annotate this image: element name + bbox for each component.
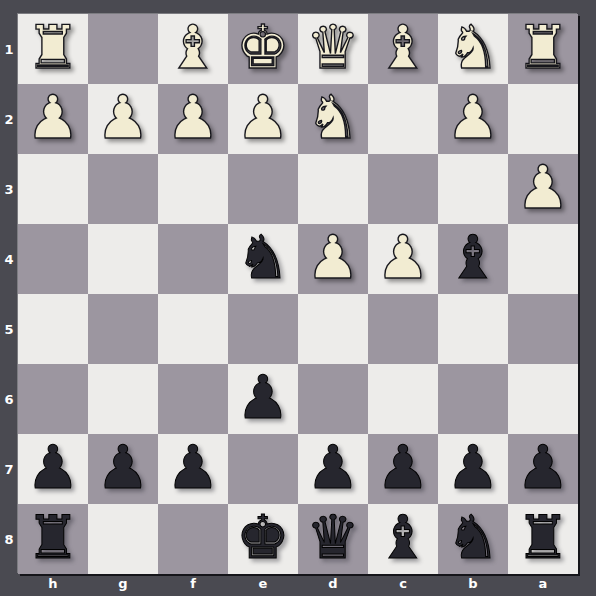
- chessboard-widget: 12345678 ♜♝♚♛♝♞♜♟♟♟♟♞♟♟♞♟♟♝♟♟♟♟♟♟♟♟♜♚♛♝♞…: [0, 0, 596, 596]
- piece-white-pawn[interactable]: ♟: [446, 87, 500, 147]
- square-e3[interactable]: [228, 154, 298, 224]
- rank-label: 3: [0, 154, 18, 224]
- piece-black-bishop[interactable]: ♝: [446, 227, 500, 287]
- piece-black-pawn[interactable]: ♟: [306, 437, 360, 497]
- square-f4[interactable]: [158, 224, 228, 294]
- rank-label: 4: [0, 224, 18, 294]
- square-d7[interactable]: ♟: [298, 434, 368, 504]
- square-e4[interactable]: ♞: [228, 224, 298, 294]
- square-d2[interactable]: ♞: [298, 84, 368, 154]
- rank-label: 1: [0, 14, 18, 84]
- piece-black-pawn[interactable]: ♟: [516, 437, 570, 497]
- square-f7[interactable]: ♟: [158, 434, 228, 504]
- piece-white-rook[interactable]: ♜: [26, 17, 80, 77]
- square-b1[interactable]: ♞: [438, 14, 508, 84]
- square-e2[interactable]: ♟: [228, 84, 298, 154]
- square-c4[interactable]: ♟: [368, 224, 438, 294]
- piece-white-pawn[interactable]: ♟: [26, 87, 80, 147]
- piece-black-knight[interactable]: ♞: [446, 507, 500, 567]
- square-a6[interactable]: [508, 364, 578, 434]
- square-f2[interactable]: ♟: [158, 84, 228, 154]
- file-label: g: [88, 574, 158, 596]
- chess-board: ♜♝♚♛♝♞♜♟♟♟♟♞♟♟♞♟♟♝♟♟♟♟♟♟♟♟♜♚♛♝♞♜: [18, 14, 578, 574]
- square-a3[interactable]: ♟: [508, 154, 578, 224]
- square-b4[interactable]: ♝: [438, 224, 508, 294]
- square-f3[interactable]: [158, 154, 228, 224]
- piece-white-king[interactable]: ♚: [236, 17, 290, 77]
- piece-white-pawn[interactable]: ♟: [166, 87, 220, 147]
- square-f8[interactable]: [158, 504, 228, 574]
- square-h1[interactable]: ♜: [18, 14, 88, 84]
- piece-black-pawn[interactable]: ♟: [26, 437, 80, 497]
- piece-black-pawn[interactable]: ♟: [96, 437, 150, 497]
- piece-black-rook[interactable]: ♜: [26, 507, 80, 567]
- piece-white-pawn[interactable]: ♟: [236, 87, 290, 147]
- square-d8[interactable]: ♛: [298, 504, 368, 574]
- square-c8[interactable]: ♝: [368, 504, 438, 574]
- square-a8[interactable]: ♜: [508, 504, 578, 574]
- square-c5[interactable]: [368, 294, 438, 364]
- square-g5[interactable]: [88, 294, 158, 364]
- square-b8[interactable]: ♞: [438, 504, 508, 574]
- rank-labels: 12345678: [0, 14, 18, 574]
- piece-black-bishop[interactable]: ♝: [376, 507, 430, 567]
- square-g8[interactable]: [88, 504, 158, 574]
- square-c1[interactable]: ♝: [368, 14, 438, 84]
- file-label: a: [508, 574, 578, 596]
- square-e7[interactable]: [228, 434, 298, 504]
- piece-white-bishop[interactable]: ♝: [166, 17, 220, 77]
- file-label: e: [228, 574, 298, 596]
- square-c2[interactable]: [368, 84, 438, 154]
- square-g2[interactable]: ♟: [88, 84, 158, 154]
- square-g4[interactable]: [88, 224, 158, 294]
- piece-black-knight[interactable]: ♞: [236, 227, 290, 287]
- square-d4[interactable]: ♟: [298, 224, 368, 294]
- square-g7[interactable]: ♟: [88, 434, 158, 504]
- piece-white-pawn[interactable]: ♟: [376, 227, 430, 287]
- square-c6[interactable]: [368, 364, 438, 434]
- piece-white-pawn[interactable]: ♟: [96, 87, 150, 147]
- square-h7[interactable]: ♟: [18, 434, 88, 504]
- square-f1[interactable]: ♝: [158, 14, 228, 84]
- square-d1[interactable]: ♛: [298, 14, 368, 84]
- square-h3[interactable]: [18, 154, 88, 224]
- file-label: c: [368, 574, 438, 596]
- square-b7[interactable]: ♟: [438, 434, 508, 504]
- square-c3[interactable]: [368, 154, 438, 224]
- square-f6[interactable]: [158, 364, 228, 434]
- square-g3[interactable]: [88, 154, 158, 224]
- square-b2[interactable]: ♟: [438, 84, 508, 154]
- square-e1[interactable]: ♚: [228, 14, 298, 84]
- piece-black-pawn[interactable]: ♟: [166, 437, 220, 497]
- file-label: h: [18, 574, 88, 596]
- piece-white-queen[interactable]: ♛: [306, 17, 360, 77]
- piece-black-pawn[interactable]: ♟: [376, 437, 430, 497]
- square-b5[interactable]: [438, 294, 508, 364]
- rank-label: 2: [0, 84, 18, 154]
- piece-black-king[interactable]: ♚: [236, 507, 290, 567]
- square-e6[interactable]: ♟: [228, 364, 298, 434]
- piece-white-rook[interactable]: ♜: [516, 17, 570, 77]
- square-b6[interactable]: [438, 364, 508, 434]
- piece-white-pawn[interactable]: ♟: [306, 227, 360, 287]
- file-labels: hgfedcba: [18, 574, 578, 596]
- square-e5[interactable]: [228, 294, 298, 364]
- piece-black-pawn[interactable]: ♟: [236, 367, 290, 427]
- square-a1[interactable]: ♜: [508, 14, 578, 84]
- square-h4[interactable]: [18, 224, 88, 294]
- file-label: b: [438, 574, 508, 596]
- piece-black-pawn[interactable]: ♟: [446, 437, 500, 497]
- square-a5[interactable]: [508, 294, 578, 364]
- rank-label: 6: [0, 364, 18, 434]
- piece-white-knight[interactable]: ♞: [306, 87, 360, 147]
- square-h2[interactable]: ♟: [18, 84, 88, 154]
- file-label: d: [298, 574, 368, 596]
- square-g1[interactable]: [88, 14, 158, 84]
- rank-label: 8: [0, 504, 18, 574]
- square-e8[interactable]: ♚: [228, 504, 298, 574]
- piece-white-pawn[interactable]: ♟: [516, 157, 570, 217]
- square-b3[interactable]: [438, 154, 508, 224]
- square-a7[interactable]: ♟: [508, 434, 578, 504]
- file-label: f: [158, 574, 228, 596]
- rank-label: 5: [0, 294, 18, 364]
- square-d3[interactable]: [298, 154, 368, 224]
- square-h5[interactable]: [18, 294, 88, 364]
- square-f5[interactable]: [158, 294, 228, 364]
- square-h8[interactable]: ♜: [18, 504, 88, 574]
- square-a4[interactable]: [508, 224, 578, 294]
- square-h6[interactable]: [18, 364, 88, 434]
- piece-black-rook[interactable]: ♜: [516, 507, 570, 567]
- piece-white-bishop[interactable]: ♝: [376, 17, 430, 77]
- piece-black-queen[interactable]: ♛: [306, 507, 360, 567]
- rank-label: 7: [0, 434, 18, 504]
- square-g6[interactable]: [88, 364, 158, 434]
- square-d5[interactable]: [298, 294, 368, 364]
- square-c7[interactable]: ♟: [368, 434, 438, 504]
- square-a2[interactable]: [508, 84, 578, 154]
- square-d6[interactable]: [298, 364, 368, 434]
- piece-white-knight[interactable]: ♞: [446, 17, 500, 77]
